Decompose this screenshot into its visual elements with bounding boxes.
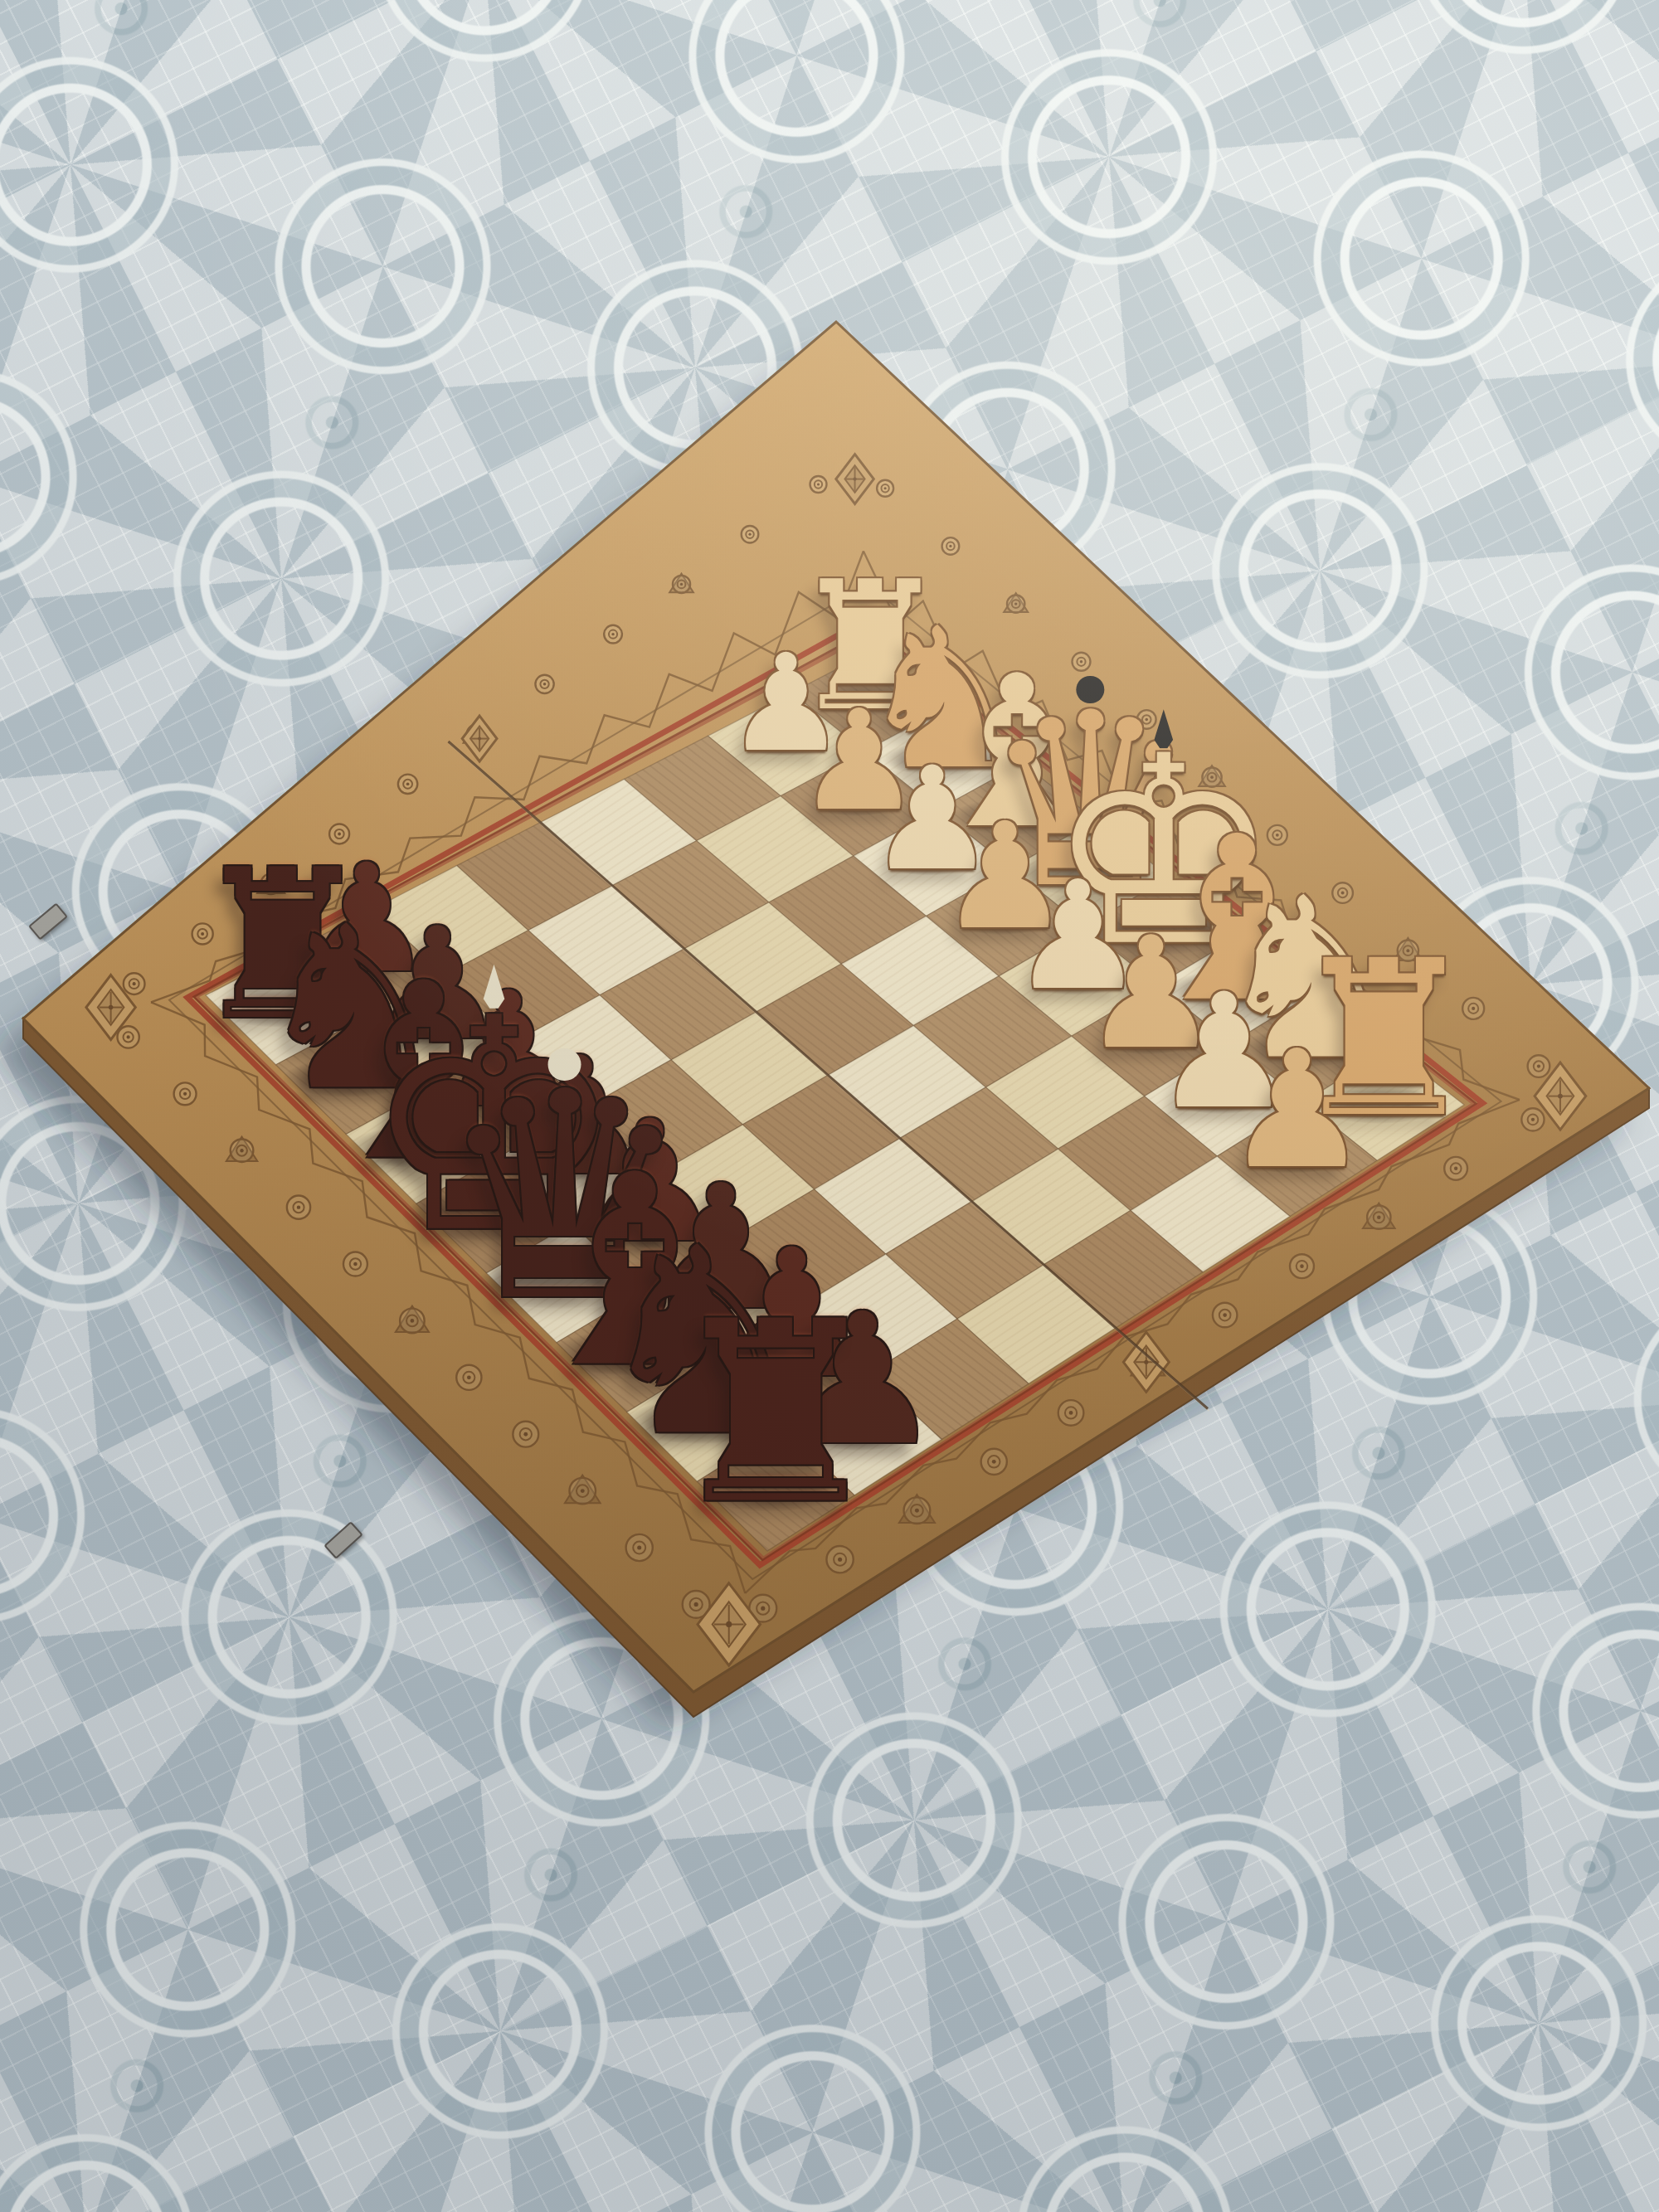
black-queen-finial-ball xyxy=(548,1048,581,1082)
white-pawn-h2[interactable]: ♟ xyxy=(1224,1028,1370,1191)
pawn-glyph: ♟ xyxy=(1224,1028,1370,1191)
rook-glyph: ♜ xyxy=(664,1289,888,1539)
black-rook-h8[interactable]: ♜ xyxy=(664,1289,888,1539)
photo-scene: { "game": "chess", "scene": { "descripti… xyxy=(0,0,1659,2212)
